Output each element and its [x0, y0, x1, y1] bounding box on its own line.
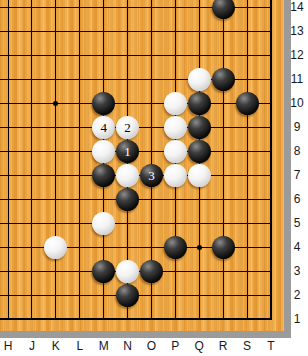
black-stone-R4 — [212, 236, 235, 259]
coord-col-H: H — [0, 339, 18, 354]
grid-line-col-S — [247, 0, 248, 320]
coord-row-2: 2 — [287, 288, 307, 302]
coord-row-3: 3 — [287, 264, 307, 278]
black-stone-Q10 — [188, 92, 211, 115]
white-stone-P10 — [164, 92, 187, 115]
coord-row-13: 13 — [287, 24, 307, 38]
coord-row-14: 14 — [287, 0, 307, 14]
grid-line-row-1 — [0, 318, 272, 320]
board-edge-shadow-bottom — [0, 331, 291, 338]
coordinate-labels-right: 1413121110987654321 — [287, 0, 308, 356]
coord-col-P: P — [165, 339, 185, 354]
coord-col-S: S — [237, 339, 257, 354]
move-number-1: 1 — [124, 145, 131, 158]
white-stone-M9: 4 — [92, 116, 115, 139]
go-board[interactable]: 1342 — [0, 0, 284, 331]
coord-col-L: L — [70, 339, 90, 354]
coord-col-R: R — [213, 339, 233, 354]
grid-line-row-13 — [0, 31, 272, 32]
grid-line-col-L — [79, 0, 80, 320]
black-stone-P4 — [164, 236, 187, 259]
black-stone-M7 — [92, 164, 115, 187]
coordinate-labels-bottom: HJKLMNOPQRST — [0, 339, 308, 356]
black-stone-N6 — [116, 188, 139, 211]
grid-line-row-12 — [0, 55, 272, 56]
coord-row-4: 4 — [287, 240, 307, 254]
coord-row-12: 12 — [287, 48, 307, 62]
grid-line-col-H — [8, 0, 9, 320]
star-point-K10 — [53, 101, 58, 106]
coord-row-10: 10 — [287, 96, 307, 110]
grid-line-col-R — [223, 0, 224, 320]
coord-col-Q: Q — [189, 339, 209, 354]
grid-line-col-J — [31, 0, 32, 320]
black-stone-Q8 — [188, 140, 211, 163]
coord-row-9: 9 — [287, 120, 307, 134]
coord-col-J: J — [22, 339, 42, 354]
move-number-4: 4 — [100, 121, 107, 134]
move-number-3: 3 — [148, 169, 155, 182]
black-stone-R14 — [212, 0, 235, 19]
coord-row-7: 7 — [287, 168, 307, 182]
white-stone-P8 — [164, 140, 187, 163]
move-number-2: 2 — [124, 121, 131, 134]
grid-line-row-5 — [0, 223, 272, 224]
black-stone-M10 — [92, 92, 115, 115]
black-stone-N8: 1 — [116, 140, 139, 163]
black-stone-N2 — [116, 284, 139, 307]
white-stone-N9: 2 — [116, 116, 139, 139]
coord-row-8: 8 — [287, 144, 307, 158]
grid-line-row-10 — [0, 103, 272, 104]
white-stone-M8 — [92, 140, 115, 163]
white-stone-Q7 — [188, 164, 211, 187]
coord-row-6: 6 — [287, 192, 307, 206]
black-stone-O3 — [140, 260, 163, 283]
black-stone-R11 — [212, 68, 235, 91]
black-stone-M3 — [92, 260, 115, 283]
white-stone-M5 — [92, 212, 115, 235]
star-point-Q4 — [197, 245, 202, 250]
white-stone-P9 — [164, 116, 187, 139]
white-stone-Q11 — [188, 68, 211, 91]
white-stone-N7 — [116, 164, 139, 187]
go-diagram: 1342 HJKLMNOPQRST 1413121110987654321 — [0, 0, 308, 356]
black-stone-O7: 3 — [140, 164, 163, 187]
coord-row-11: 11 — [287, 72, 307, 86]
grid-line-col-T — [270, 0, 272, 320]
white-stone-N3 — [116, 260, 139, 283]
coord-row-5: 5 — [287, 216, 307, 230]
white-stone-K4 — [44, 236, 67, 259]
grid-line-col-K — [55, 0, 56, 320]
coord-col-T: T — [261, 339, 281, 354]
black-stone-S10 — [236, 92, 259, 115]
coord-col-O: O — [141, 339, 161, 354]
coord-col-K: K — [46, 339, 66, 354]
black-stone-Q9 — [188, 116, 211, 139]
coord-col-M: M — [94, 339, 114, 354]
white-stone-P7 — [164, 164, 187, 187]
coord-row-1: 1 — [287, 312, 307, 326]
coord-col-N: N — [118, 339, 138, 354]
